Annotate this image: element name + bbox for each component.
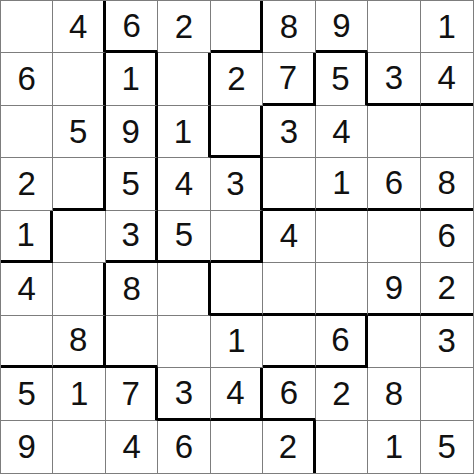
cell-r6c5[interactable] — [263, 316, 315, 368]
cell-r8c4[interactable] — [211, 421, 263, 473]
cell-r5c8[interactable]: 2 — [421, 263, 473, 315]
cell-r4c4[interactable] — [211, 211, 263, 263]
cell-r8c7[interactable]: 1 — [368, 421, 420, 473]
cell-r5c7[interactable]: 9 — [368, 263, 420, 315]
cell-r3c2[interactable]: 5 — [106, 158, 158, 210]
cell-r2c1[interactable]: 5 — [53, 106, 105, 158]
cell-r2c7[interactable] — [368, 106, 420, 158]
cell-r7c2[interactable]: 7 — [106, 368, 158, 420]
cell-r2c0[interactable] — [1, 106, 53, 158]
cell-r1c3[interactable] — [158, 53, 210, 105]
cell-r0c1[interactable]: 4 — [53, 1, 105, 53]
cell-r2c4[interactable] — [211, 106, 263, 158]
cell-r7c8[interactable] — [421, 368, 473, 420]
cell-r1c4[interactable]: 2 — [211, 53, 263, 105]
cell-r5c1[interactable] — [53, 263, 105, 315]
cell-r6c2[interactable] — [106, 316, 158, 368]
cell-r6c1[interactable]: 8 — [53, 316, 105, 368]
cell-r6c6[interactable]: 6 — [316, 316, 368, 368]
cell-r4c5[interactable]: 4 — [263, 211, 315, 263]
cell-r6c4[interactable]: 1 — [211, 316, 263, 368]
cell-r1c1[interactable] — [53, 53, 105, 105]
cell-r8c0[interactable]: 9 — [1, 421, 53, 473]
cell-r2c6[interactable]: 4 — [316, 106, 368, 158]
cell-r3c6[interactable]: 1 — [316, 158, 368, 210]
cell-r3c4[interactable]: 3 — [211, 158, 263, 210]
cell-r8c5[interactable]: 2 — [263, 421, 315, 473]
cell-r6c0[interactable] — [1, 316, 53, 368]
cell-r4c8[interactable]: 6 — [421, 211, 473, 263]
cell-r7c4[interactable]: 4 — [211, 368, 263, 420]
cell-r4c3[interactable]: 5 — [158, 211, 210, 263]
cell-r0c6[interactable]: 9 — [316, 1, 368, 53]
cell-r8c6[interactable] — [316, 421, 368, 473]
cell-r5c4[interactable] — [211, 263, 263, 315]
cell-r5c3[interactable] — [158, 263, 210, 315]
cell-r8c2[interactable]: 4 — [106, 421, 158, 473]
cell-r1c2[interactable]: 1 — [106, 53, 158, 105]
cell-r0c5[interactable]: 8 — [263, 1, 315, 53]
cell-r0c2[interactable]: 6 — [106, 1, 158, 53]
cell-r1c5[interactable]: 7 — [263, 53, 315, 105]
cell-r8c1[interactable] — [53, 421, 105, 473]
cell-r1c8[interactable]: 4 — [421, 53, 473, 105]
cell-r3c8[interactable]: 8 — [421, 158, 473, 210]
cell-r7c5[interactable]: 6 — [263, 368, 315, 420]
cell-r3c7[interactable]: 6 — [368, 158, 420, 210]
cell-r3c0[interactable]: 2 — [1, 158, 53, 210]
cell-r3c3[interactable]: 4 — [158, 158, 210, 210]
cell-r6c8[interactable]: 3 — [421, 316, 473, 368]
cell-r0c3[interactable]: 2 — [158, 1, 210, 53]
cell-r0c7[interactable] — [368, 1, 420, 53]
cell-r2c2[interactable]: 9 — [106, 106, 158, 158]
cell-r6c7[interactable] — [368, 316, 420, 368]
cell-r5c5[interactable] — [263, 263, 315, 315]
cell-r4c6[interactable] — [316, 211, 368, 263]
cell-r0c4[interactable] — [211, 1, 263, 53]
cell-r4c2[interactable]: 3 — [106, 211, 158, 263]
cell-r8c3[interactable]: 6 — [158, 421, 210, 473]
cell-r2c8[interactable] — [421, 106, 473, 158]
cell-r7c6[interactable]: 2 — [316, 368, 368, 420]
cell-r1c6[interactable]: 5 — [316, 53, 368, 105]
cell-r8c8[interactable]: 5 — [421, 421, 473, 473]
cell-r2c5[interactable]: 3 — [263, 106, 315, 158]
cell-r4c1[interactable] — [53, 211, 105, 263]
cell-r1c0[interactable]: 6 — [1, 53, 53, 105]
cell-r5c0[interactable]: 4 — [1, 263, 53, 315]
cell-r1c7[interactable]: 3 — [368, 53, 420, 105]
cell-r7c1[interactable]: 1 — [53, 368, 105, 420]
cell-r4c7[interactable] — [368, 211, 420, 263]
cell-r4c0[interactable]: 1 — [1, 211, 53, 263]
cell-r2c3[interactable]: 1 — [158, 106, 210, 158]
cell-r7c0[interactable]: 5 — [1, 368, 53, 420]
cell-r7c7[interactable]: 8 — [368, 368, 420, 420]
cell-r5c6[interactable] — [316, 263, 368, 315]
cell-r0c0[interactable] — [1, 1, 53, 53]
cell-r3c1[interactable] — [53, 158, 105, 210]
cell-r7c3[interactable]: 3 — [158, 368, 210, 420]
cell-r5c2[interactable]: 8 — [106, 263, 158, 315]
cell-r6c3[interactable] — [158, 316, 210, 368]
sudoku-board: 4628916127534591342543168135464892816351… — [0, 0, 474, 474]
cell-r0c8[interactable]: 1 — [421, 1, 473, 53]
cell-r3c5[interactable] — [263, 158, 315, 210]
